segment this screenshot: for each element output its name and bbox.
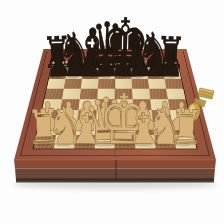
piece-white-rook-h1: ♜ [168, 99, 204, 155]
pieces-layer: ♜♞♝♛♚♝♞♜♟♟♟♟♟♟♟♟♟♟♟♟♟♟♟♟♜♞♝♛♚♝♞♜ [25, 3, 204, 161]
piece-black-pawn-h7: ♟ [157, 42, 185, 86]
box-front [14, 159, 216, 182]
scene-overlay: ♜♞♝♛♚♝♞♜♟♟♟♟♟♟♟♟♟♟♟♟♟♟♟♟♜♞♝♛♚♝♞♜ [0, 0, 224, 224]
chess-set-product-photo: ♜♞♝♛♚♝♞♜♟♟♟♟♟♟♟♟♟♟♟♟♟♟♟♟♜♞♝♛♚♝♞♜ [0, 0, 224, 224]
